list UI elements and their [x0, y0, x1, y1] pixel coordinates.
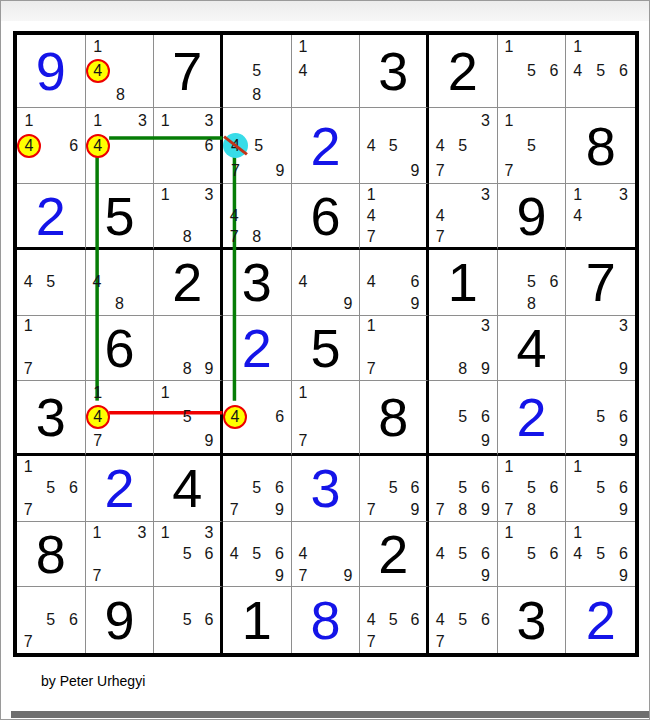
candidate-8[interactable]: 8 [109, 293, 130, 314]
candidate-5[interactable]: 5 [246, 61, 267, 82]
candidate-9[interactable]: 9 [475, 500, 496, 521]
candidate-6[interactable]: 6 [405, 478, 426, 499]
pencil-grid: 138 [154, 184, 220, 247]
cell-r4c2[interactable]: 48 [86, 250, 155, 316]
candidate-9[interactable]: 9 [475, 565, 496, 586]
cell-r3c4[interactable]: 478 [223, 184, 292, 250]
candidate-9[interactable]: 9 [613, 500, 634, 521]
candidate-7[interactable]: 7 [498, 500, 519, 521]
candidate-1[interactable]: 1 [19, 110, 40, 131]
candidate-1[interactable]: 1 [18, 456, 39, 477]
candidate-6[interactable]: 6 [405, 272, 426, 293]
solved-digit: 2 [566, 587, 635, 653]
pencil-grid: 567 [17, 587, 85, 653]
cell-r7c9[interactable]: 1569 [566, 456, 635, 522]
candidate-4[interactable]: 4 [292, 544, 313, 565]
cell-r6c7[interactable]: 569 [429, 381, 498, 456]
cell-r4c8[interactable]: 568 [498, 250, 567, 316]
candidate-8[interactable]: 8 [452, 359, 473, 380]
candidate-4[interactable]: 4 [361, 610, 382, 631]
cell-r7c1[interactable]: 1567 [17, 456, 86, 522]
candidate-9[interactable]: 9 [269, 160, 290, 181]
cell-r9c8[interactable]: 3 [498, 587, 567, 653]
candidate-3[interactable]: 3 [132, 110, 153, 131]
candidate-4[interactable]: 4 [430, 135, 451, 156]
given-digit: 1 [429, 250, 497, 315]
cell-r7c8[interactable]: 15678 [498, 456, 567, 522]
pencil-grid: 5679 [223, 456, 291, 521]
candidate-5[interactable]: 5 [452, 407, 473, 428]
pencil-grid: 147 [86, 381, 154, 453]
candidate-9[interactable]: 9 [338, 293, 359, 314]
candidate-1[interactable]: 1 [292, 37, 313, 58]
pencil-grid: 4567 [360, 587, 426, 653]
candidate-4[interactable]: 4 [430, 544, 451, 565]
cell-r3c6[interactable]: 147 [360, 184, 429, 250]
candidate-6[interactable]: 6 [199, 610, 220, 631]
pencil-grid: 389 [429, 316, 497, 381]
sudoku-app-window: 9148758143215614561461341364579245934571… [0, 0, 650, 720]
pencil-grid: 39 [566, 316, 635, 381]
candidate-1[interactable]: 1 [18, 316, 39, 337]
candidate-1[interactable]: 1 [86, 522, 107, 543]
given-digit: 8 [566, 108, 635, 183]
pencil-grid: 15678 [498, 456, 566, 521]
pencil-grid: 4569 [223, 522, 291, 587]
cell-r6c9[interactable]: 569 [566, 381, 635, 456]
candidate-5[interactable]: 5 [177, 610, 198, 631]
candidate-4[interactable]: 4 [430, 205, 451, 226]
candidate-1[interactable]: 1 [87, 110, 108, 131]
candidate-4[interactable]: 4 [292, 61, 313, 82]
candidate-6[interactable]: 6 [544, 544, 565, 565]
candidate-7[interactable]: 7 [292, 565, 313, 586]
candidate-9[interactable]: 9 [475, 431, 496, 452]
author-credit: by Peter Urhegyi [41, 673, 145, 689]
cell-r2c4[interactable]: 4579 [223, 108, 292, 184]
candidate-6[interactable]: 6 [475, 478, 496, 499]
given-digit: 3 [498, 587, 566, 653]
candidate-7[interactable]: 7 [18, 632, 39, 653]
pencil-grid: 147 [360, 184, 426, 247]
candidate-5[interactable]: 5 [383, 135, 404, 156]
candidate-3[interactable]: 3 [475, 316, 496, 337]
cell-r1c9[interactable]: 1456 [566, 35, 635, 108]
cell-r6c1[interactable]: 3 [17, 381, 86, 456]
cell-r9c2[interactable]: 9 [86, 587, 155, 653]
candidate-6[interactable]: 6 [544, 478, 565, 499]
given-digit: 2 [429, 35, 497, 107]
candidate-7[interactable]: 7 [430, 632, 451, 653]
candidate-4[interactable]: 4 [224, 544, 245, 565]
given-digit: 2 [360, 522, 426, 587]
candidate-1[interactable]: 1 [87, 383, 108, 404]
candidate-4[interactable]: 4 [292, 272, 313, 293]
pencil-grid: 1569 [566, 456, 635, 521]
candidate-1[interactable]: 1 [567, 456, 588, 477]
candidate-9[interactable]: 9 [613, 431, 634, 452]
cell-r1c7[interactable]: 2 [429, 35, 498, 108]
given-digit: 7 [566, 250, 635, 315]
cell-r9c6[interactable]: 4567 [360, 587, 429, 653]
candidate-4[interactable]: 4 [86, 272, 107, 293]
cell-r3c9[interactable]: 134 [566, 184, 635, 250]
pencil-grid: 347 [429, 184, 497, 247]
cell-r7c2[interactable]: 2 [86, 456, 155, 522]
candidate-6[interactable]: 6 [613, 478, 634, 499]
pencil-grid: 1456 [566, 35, 635, 107]
candidate-6[interactable]: 6 [613, 544, 634, 565]
cell-r9c1[interactable]: 567 [17, 587, 86, 653]
candidate-7[interactable]: 7 [498, 160, 519, 181]
candidate-5[interactable]: 5 [40, 272, 61, 293]
candidate-5[interactable]: 5 [452, 478, 473, 499]
solved-digit: 2 [292, 108, 360, 183]
cell-r5c3[interactable]: 89 [154, 316, 223, 382]
cell-r5c2[interactable]: 6 [86, 316, 155, 382]
candidate-6[interactable]: 6 [475, 407, 496, 428]
candidate-9[interactable]: 9 [269, 500, 290, 521]
given-digit: 1 [223, 587, 291, 653]
cell-r1c2[interactable]: 148 [86, 35, 155, 108]
cell-r3c5[interactable]: 6 [292, 184, 361, 250]
given-digit: 9 [498, 184, 566, 247]
cell-r2c7[interactable]: 3457 [429, 108, 498, 184]
solved-digit: 2 [223, 316, 291, 381]
candidate-5[interactable]: 5 [383, 610, 404, 631]
cell-r9c4[interactable]: 1 [223, 587, 292, 653]
candidate-1[interactable]: 1 [567, 37, 588, 58]
cell-r5c1[interactable]: 17 [17, 316, 86, 382]
candidate-4[interactable]: 4 [567, 544, 588, 565]
cell-r2c3[interactable]: 136 [154, 108, 223, 184]
cell-r1c5[interactable]: 14 [292, 35, 361, 108]
candidate-6[interactable]: 6 [269, 478, 290, 499]
pencil-grid: 45 [17, 250, 85, 315]
cell-r5c8[interactable]: 4 [498, 316, 567, 382]
candidate-6[interactable]: 6 [269, 407, 290, 428]
candidate-1[interactable]: 1 [155, 522, 176, 543]
cell-r3c8[interactable]: 9 [498, 184, 567, 250]
pencil-grid: 17 [17, 316, 85, 381]
candidate-7[interactable]: 7 [361, 632, 382, 653]
pencil-grid: 89 [154, 316, 220, 381]
candidate-1[interactable]: 1 [498, 110, 519, 131]
candidate-5[interactable]: 5 [590, 478, 611, 499]
cell-r8c3[interactable]: 1356 [154, 522, 223, 588]
candidate-9[interactable]: 9 [199, 431, 220, 452]
cell-r7c4[interactable]: 5679 [223, 456, 292, 522]
candidate-7[interactable]: 7 [86, 565, 107, 586]
solved-digit: 2 [498, 381, 566, 453]
candidate-5[interactable]: 5 [246, 544, 267, 565]
candidate-3[interactable]: 3 [199, 184, 220, 205]
candidate-3[interactable]: 3 [475, 110, 496, 131]
candidate-5[interactable]: 5 [383, 478, 404, 499]
candidate-5[interactable]: 5 [590, 544, 611, 565]
candidate-6[interactable]: 6 [199, 135, 220, 156]
candidate-8[interactable]: 8 [246, 226, 267, 247]
pencil-grid: 569 [429, 381, 497, 453]
candidate-6[interactable]: 6 [405, 610, 426, 631]
candidate-4[interactable]: 4 [361, 135, 382, 156]
candidate-6[interactable]: 6 [544, 272, 565, 293]
cell-r8c4[interactable]: 4569 [223, 522, 292, 588]
pencil-grid: 4567 [429, 587, 497, 653]
pencil-grid: 1567 [17, 456, 85, 521]
given-digit: 2 [154, 250, 220, 315]
candidate-1[interactable]: 1 [567, 184, 588, 205]
cell-r2c2[interactable]: 134 [86, 108, 155, 184]
candidate-5[interactable]: 5 [452, 610, 473, 631]
candidate-4[interactable]: 4 [17, 134, 41, 158]
pencil-grid: 136 [154, 108, 220, 183]
pencil-grid: 159 [154, 381, 220, 453]
given-digit: 4 [498, 316, 566, 381]
cell-r4c5[interactable]: 49 [292, 250, 361, 316]
candidate-7[interactable]: 7 [225, 160, 246, 181]
candidate-6[interactable]: 6 [613, 61, 634, 82]
cell-r4c6[interactable]: 469 [360, 250, 429, 316]
candidate-7[interactable]: 7 [87, 431, 108, 452]
cell-r9c3[interactable]: 56 [154, 587, 223, 653]
candidate-5[interactable]: 5 [521, 135, 542, 156]
pencil-grid: 48 [86, 250, 154, 315]
candidate-9[interactable]: 9 [475, 359, 496, 380]
candidate-7[interactable]: 7 [361, 359, 382, 380]
cell-r3c1[interactable]: 2 [17, 184, 86, 250]
candidate-5[interactable]: 5 [177, 407, 198, 428]
candidate-8[interactable]: 8 [177, 359, 198, 380]
cell-r8c2[interactable]: 137 [86, 522, 155, 588]
cell-r2c5[interactable]: 2 [292, 108, 361, 184]
cell-r8c6[interactable]: 2 [360, 522, 429, 588]
candidate-7[interactable]: 7 [292, 431, 313, 452]
cell-r4c4[interactable]: 3 [223, 250, 292, 316]
candidate-4[interactable]: 4 [86, 59, 110, 83]
sudoku-board: 9148758143215614561461341364579245934571… [13, 31, 639, 657]
candidate-9[interactable]: 9 [269, 565, 290, 586]
candidate-7[interactable]: 7 [18, 359, 39, 380]
candidate-9[interactable]: 9 [405, 160, 426, 181]
candidate-5[interactable]: 5 [177, 544, 198, 565]
candidate-5[interactable]: 5 [452, 544, 473, 565]
cell-r6c6[interactable]: 8 [360, 381, 429, 456]
candidate-4[interactable]: 4 [567, 61, 588, 82]
candidate-8[interactable]: 8 [452, 500, 473, 521]
candidate-8[interactable]: 8 [177, 226, 198, 247]
cell-r3c2[interactable]: 5 [86, 184, 155, 250]
solved-digit: 3 [292, 456, 360, 521]
candidate-7[interactable]: 7 [361, 500, 382, 521]
candidate-4[interactable]: 4 [86, 134, 110, 158]
cell-r6c2[interactable]: 147 [86, 381, 155, 456]
candidate-3[interactable]: 3 [613, 316, 634, 337]
candidate-3[interactable]: 3 [613, 184, 634, 205]
cell-r8c7[interactable]: 4569 [429, 522, 498, 588]
candidate-6[interactable]: 6 [475, 544, 496, 565]
cell-r9c5[interactable]: 8 [292, 587, 361, 653]
candidate-4[interactable]: 4 [361, 272, 382, 293]
candidate-1[interactable]: 1 [567, 522, 588, 543]
pencil-grid: 568 [498, 250, 566, 315]
cell-r4c3[interactable]: 2 [154, 250, 223, 316]
given-digit: 5 [292, 316, 360, 381]
candidate-1[interactable]: 1 [87, 37, 108, 58]
candidate-4[interactable]: 4 [567, 205, 588, 226]
cell-r5c6[interactable]: 17 [360, 316, 429, 382]
candidate-1[interactable]: 1 [498, 456, 519, 477]
pencil-grid: 137 [86, 522, 154, 587]
candidate-5[interactable]: 5 [246, 478, 267, 499]
candidate-8[interactable]: 8 [521, 293, 542, 314]
candidate-5[interactable]: 5 [40, 610, 61, 631]
candidate-7[interactable]: 7 [18, 500, 39, 521]
cell-r6c8[interactable]: 2 [498, 381, 567, 456]
candidate-8[interactable]: 8 [521, 500, 542, 521]
candidate-4[interactable]: 4 [223, 405, 247, 429]
candidate-1[interactable]: 1 [155, 184, 176, 205]
candidate-9[interactable]: 9 [613, 565, 634, 586]
cell-r6c3[interactable]: 159 [154, 381, 223, 456]
cell-r8c5[interactable]: 479 [292, 522, 361, 588]
candidate-6[interactable]: 6 [613, 407, 634, 428]
pencil-grid: 459 [360, 108, 426, 183]
candidate-9[interactable]: 9 [613, 359, 634, 380]
candidate-6[interactable]: 6 [544, 61, 565, 82]
candidate-5[interactable]: 5 [521, 61, 542, 82]
cell-r3c7[interactable]: 347 [429, 184, 498, 250]
candidate-1[interactable]: 1 [292, 383, 313, 404]
candidate-1[interactable]: 1 [361, 316, 382, 337]
cell-r6c5[interactable]: 17 [292, 381, 361, 456]
candidate-9[interactable]: 9 [405, 293, 426, 314]
cell-r2c8[interactable]: 157 [498, 108, 567, 184]
candidate-5[interactable]: 5 [590, 407, 611, 428]
cell-r1c8[interactable]: 156 [498, 35, 567, 108]
candidate-4[interactable]: 4 [86, 405, 110, 429]
candidate-4[interactable]: 4 [18, 272, 39, 293]
pencil-grid: 134 [566, 184, 635, 247]
cell-r8c8[interactable]: 156 [498, 522, 567, 588]
candidate-5[interactable]: 5 [452, 135, 473, 156]
pencil-grid: 4579 [223, 108, 291, 183]
candidate-5[interactable]: 5 [521, 272, 542, 293]
candidate-7[interactable]: 7 [361, 226, 382, 247]
cell-r5c7[interactable]: 389 [429, 316, 498, 382]
candidate-6[interactable]: 6 [269, 544, 290, 565]
pencil-grid: 478 [223, 184, 291, 247]
cell-r9c7[interactable]: 4567 [429, 587, 498, 653]
cell-r6c4[interactable]: 46 [223, 381, 292, 456]
given-digit: 9 [86, 587, 154, 653]
pencil-grid: 14 [292, 35, 360, 107]
cell-r1c6[interactable]: 3 [360, 35, 429, 108]
given-digit: 3 [17, 381, 85, 453]
cell-r8c9[interactable]: 14569 [566, 522, 635, 588]
candidate-7[interactable]: 7 [224, 500, 245, 521]
candidate-1[interactable]: 1 [155, 383, 176, 404]
cell-r4c7[interactable]: 1 [429, 250, 498, 316]
cell-r7c6[interactable]: 5679 [360, 456, 429, 522]
cell-r1c1[interactable]: 9 [17, 35, 86, 108]
given-digit: 4 [154, 456, 220, 521]
given-digit: 3 [223, 250, 291, 315]
candidate-6[interactable]: 6 [63, 610, 84, 631]
cell-r4c9[interactable]: 7 [566, 250, 635, 316]
pencil-grid: 156 [498, 522, 566, 587]
candidate-5[interactable]: 5 [521, 478, 542, 499]
candidate-7[interactable]: 7 [430, 226, 451, 247]
candidate-5[interactable]: 5 [590, 61, 611, 82]
candidate-7[interactable]: 7 [224, 226, 245, 247]
cell-r5c9[interactable]: 39 [566, 316, 635, 382]
candidate-5[interactable]: 5 [521, 544, 542, 565]
cell-r2c6[interactable]: 459 [360, 108, 429, 184]
candidate-1[interactable]: 1 [155, 110, 176, 131]
candidate-6[interactable]: 6 [199, 544, 220, 565]
given-digit: 5 [86, 184, 154, 247]
cell-r9c9[interactable]: 2 [566, 587, 635, 653]
given-digit: 6 [86, 316, 154, 381]
pencil-grid: 1356 [154, 522, 220, 587]
candidate-7[interactable]: 7 [430, 160, 451, 181]
candidate-9[interactable]: 9 [405, 500, 426, 521]
pencil-grid: 56789 [429, 456, 497, 521]
candidate-4[interactable]: 4 [223, 133, 248, 158]
candidate-8[interactable]: 8 [110, 85, 131, 106]
candidate-4[interactable]: 4 [361, 205, 382, 226]
candidate-3[interactable]: 3 [132, 522, 153, 543]
candidate-1[interactable]: 1 [361, 184, 382, 205]
cell-r1c3[interactable]: 7 [154, 35, 223, 108]
cell-r1c4[interactable]: 58 [223, 35, 292, 108]
pencil-grid: 156 [498, 35, 566, 107]
cell-r7c7[interactable]: 56789 [429, 456, 498, 522]
candidate-3[interactable]: 3 [199, 522, 220, 543]
horizontal-scrollbar[interactable] [11, 711, 650, 718]
pencil-grid: 157 [498, 108, 566, 183]
candidate-1[interactable]: 1 [498, 522, 519, 543]
cell-r7c5[interactable]: 3 [292, 456, 361, 522]
candidate-9[interactable]: 9 [338, 565, 359, 586]
candidate-4[interactable]: 4 [224, 205, 245, 226]
cell-r2c1[interactable]: 146 [17, 108, 86, 184]
candidate-4[interactable]: 4 [430, 610, 451, 631]
candidate-9[interactable]: 9 [199, 359, 220, 380]
pencil-grid: 569 [566, 381, 635, 453]
candidate-6[interactable]: 6 [63, 135, 84, 156]
cell-r5c5[interactable]: 5 [292, 316, 361, 382]
candidate-6[interactable]: 6 [475, 610, 496, 631]
candidate-1[interactable]: 1 [498, 37, 519, 58]
cell-r7c3[interactable]: 4 [154, 456, 223, 522]
candidate-7[interactable]: 7 [430, 500, 451, 521]
solved-digit: 9 [17, 35, 85, 107]
candidate-3[interactable]: 3 [475, 184, 496, 205]
cell-r2c9[interactable]: 8 [566, 108, 635, 184]
candidate-3[interactable]: 3 [199, 110, 220, 131]
candidate-8[interactable]: 8 [246, 85, 267, 106]
candidate-5[interactable]: 5 [40, 478, 61, 499]
cell-r4c1[interactable]: 45 [17, 250, 86, 316]
candidate-6[interactable]: 6 [63, 478, 84, 499]
cell-r3c3[interactable]: 138 [154, 184, 223, 250]
pencil-grid: 56 [154, 587, 220, 653]
cell-r8c1[interactable]: 8 [17, 522, 86, 588]
cell-r5c4[interactable]: 2 [223, 316, 292, 382]
candidate-5[interactable]: 5 [248, 135, 269, 156]
